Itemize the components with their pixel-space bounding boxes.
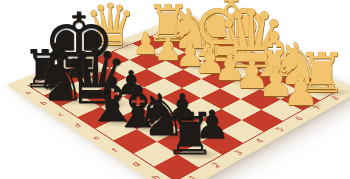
chess-set-product-photo: abcdefgh12345678 ♜♛♞♟♝♟♟♚♟♛♚♟♝♟♟♞♜♟♜♟♟♞♛… [0,0,350,179]
pieces-layer: ♜♛♞♟♝♟♟♚♟♛♚♟♝♟♟♞♜♟♜♟♟♞♛♟♟♝♝♞♟♜ [0,0,350,179]
camel-pawn-piece: ♟ [283,76,320,106]
black-rook-piece: ♜ [164,113,216,155]
